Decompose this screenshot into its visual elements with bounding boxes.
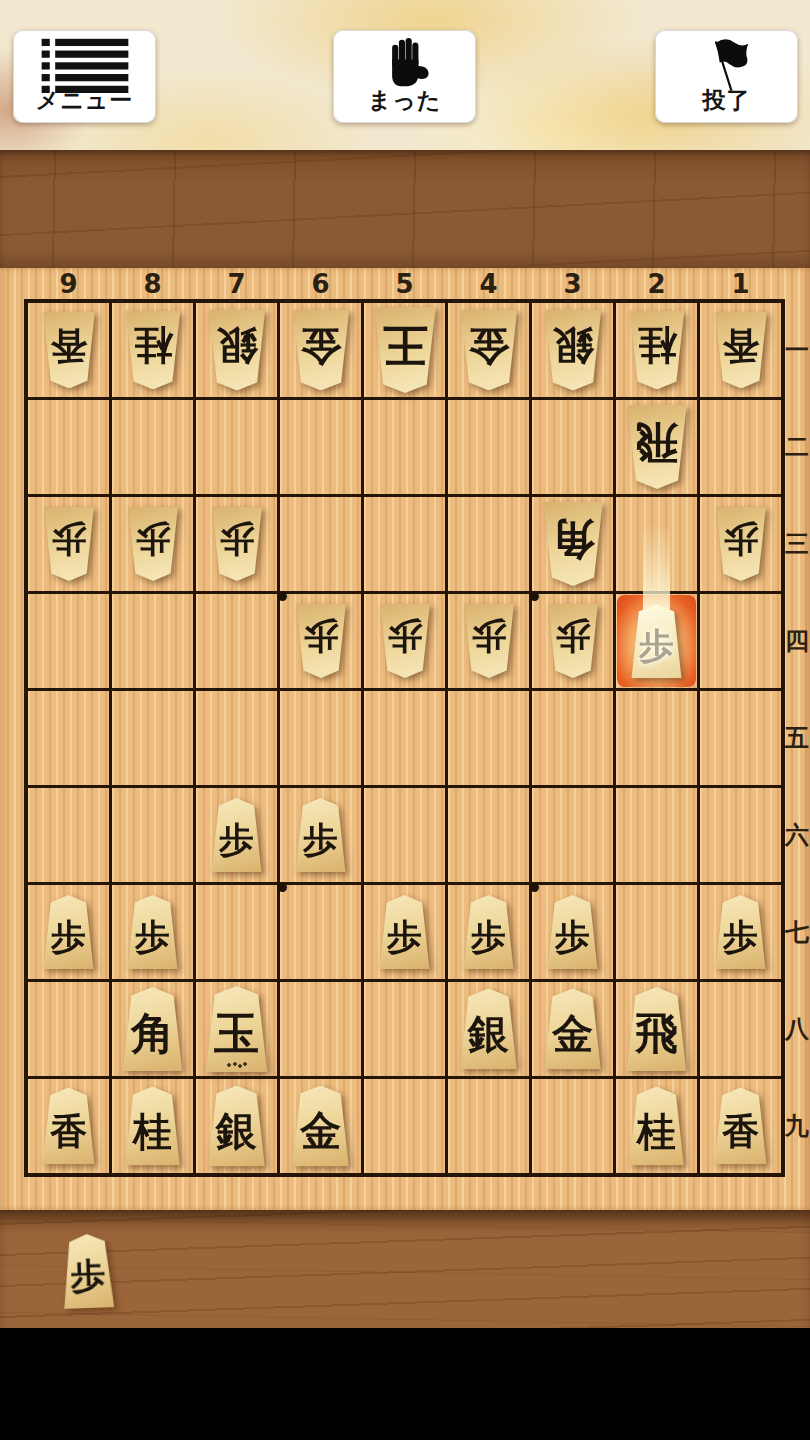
piece-kanji: 歩 bbox=[135, 522, 170, 566]
square-83[interactable]: 歩 bbox=[112, 497, 193, 591]
square-34[interactable]: 歩 bbox=[532, 594, 613, 688]
gote-rook-piece[interactable]: 飛 bbox=[626, 405, 688, 489]
sente-pawn-piece[interactable]: 歩 bbox=[211, 798, 263, 872]
board-grid: 香桂銀金王金銀桂香飛歩歩歩角歩歩歩歩歩歩歩歩歩歩歩歩歩歩角玉銀金飛香桂銀金桂香 bbox=[24, 299, 785, 1177]
square-72[interactable] bbox=[196, 400, 277, 494]
gote-pawn-piece[interactable]: 歩 bbox=[211, 507, 263, 581]
menu-button-label: メニュー bbox=[13, 85, 156, 116]
piece-kanji: 桂 bbox=[637, 1102, 676, 1150]
square-61[interactable]: 金 bbox=[280, 303, 361, 397]
piece-body: 玉 bbox=[205, 986, 269, 1072]
sente-captured-tray: 歩 bbox=[0, 1210, 810, 1328]
square-17[interactable]: 歩 bbox=[700, 885, 781, 979]
sente-pawn-piece[interactable]: 歩 bbox=[127, 895, 179, 969]
piece-kanji: 歩 bbox=[387, 910, 422, 954]
square-73[interactable]: 歩 bbox=[196, 497, 277, 591]
piece-kanji: 歩 bbox=[555, 910, 590, 954]
piece-body: 歩 bbox=[43, 507, 95, 581]
square-67[interactable] bbox=[280, 885, 361, 979]
file-label-6: 6 bbox=[279, 268, 363, 298]
hoshi-dot bbox=[530, 883, 539, 892]
square-18[interactable] bbox=[700, 982, 781, 1076]
square-21[interactable]: 桂 bbox=[616, 303, 697, 397]
sente-gold-piece[interactable]: 金 bbox=[291, 1086, 350, 1167]
sente-pawn-piece[interactable]: 歩 bbox=[463, 895, 515, 969]
piece-body: 歩 bbox=[379, 604, 431, 678]
piece-body: 歩 bbox=[379, 895, 431, 969]
piece-body: 歩 bbox=[715, 507, 767, 581]
piece-kanji: 銀 bbox=[216, 325, 257, 375]
piece-kanji: 歩 bbox=[219, 522, 254, 566]
gote-king-piece[interactable]: 王 bbox=[373, 307, 437, 393]
piece-kanji: 角 bbox=[131, 1003, 174, 1055]
piece-body: 桂 bbox=[628, 311, 685, 390]
square-91[interactable]: 香 bbox=[28, 303, 109, 397]
square-96[interactable] bbox=[28, 788, 109, 882]
square-47[interactable]: 歩 bbox=[448, 885, 529, 979]
square-14[interactable] bbox=[700, 594, 781, 688]
square-29[interactable]: 桂 bbox=[616, 1079, 697, 1173]
piece-body: 桂 bbox=[628, 1087, 685, 1166]
square-48[interactable]: 銀 bbox=[448, 982, 529, 1076]
piece-body: 歩 bbox=[295, 604, 347, 678]
square-64[interactable]: 歩 bbox=[280, 594, 361, 688]
piece-body: 歩 bbox=[463, 895, 515, 969]
gote-gold-piece[interactable]: 金 bbox=[459, 310, 518, 391]
square-51[interactable]: 王 bbox=[364, 303, 445, 397]
gote-pawn-piece[interactable]: 歩 bbox=[43, 507, 95, 581]
piece-body: 角 bbox=[122, 987, 184, 1071]
square-41[interactable]: 金 bbox=[448, 303, 529, 397]
rank-label-6: 六 bbox=[784, 822, 810, 848]
square-76[interactable]: 歩 bbox=[196, 788, 277, 882]
piece-body: 歩 bbox=[43, 895, 95, 969]
resign-button[interactable]: 投了 bbox=[655, 30, 798, 123]
piece-kanji: 歩 bbox=[70, 1248, 107, 1293]
rank-label-8: 八 bbox=[784, 1016, 810, 1042]
matta-button[interactable]: まった bbox=[333, 30, 476, 123]
square-45[interactable] bbox=[448, 691, 529, 785]
square-16[interactable] bbox=[700, 788, 781, 882]
piece-body: 歩 bbox=[631, 604, 683, 678]
piece-kanji: 金 bbox=[468, 325, 509, 375]
piece-kanji: 王 bbox=[382, 323, 427, 377]
square-85[interactable] bbox=[112, 691, 193, 785]
file-label-4: 4 bbox=[447, 268, 531, 298]
gote-pawn-piece[interactable]: 歩 bbox=[715, 507, 767, 581]
piece-kanji: 金 bbox=[300, 325, 341, 375]
sente-gold-piece[interactable]: 金 bbox=[543, 989, 602, 1070]
piece-kanji: 銀 bbox=[216, 1101, 257, 1151]
piece-kanji: 歩 bbox=[723, 910, 758, 954]
file-label-7: 7 bbox=[195, 268, 279, 298]
square-52[interactable] bbox=[364, 400, 445, 494]
toolbar: メニュー まった bbox=[0, 0, 810, 150]
file-label-3: 3 bbox=[531, 268, 615, 298]
piece-kanji: 歩 bbox=[51, 522, 86, 566]
sente-pawn-piece[interactable]: 歩 bbox=[43, 895, 95, 969]
piece-body: 歩 bbox=[211, 798, 263, 872]
square-78[interactable]: 玉 bbox=[196, 982, 277, 1076]
piece-kanji: 歩 bbox=[135, 910, 170, 954]
piece-kanji: 桂 bbox=[133, 326, 172, 374]
file-label-2: 2 bbox=[615, 268, 699, 298]
matta-button-label: まった bbox=[333, 85, 476, 116]
rank-label-9: 九 bbox=[784, 1113, 810, 1139]
piece-kanji: 飛 bbox=[635, 1003, 678, 1055]
piece-body: 銀 bbox=[207, 1086, 266, 1167]
sente-pawn-piece[interactable]: 歩 bbox=[61, 1233, 116, 1309]
piece-kanji: 歩 bbox=[303, 813, 338, 857]
shogi-app-screen: メニュー まった bbox=[0, 0, 810, 1440]
piece-body: 銀 bbox=[543, 310, 602, 391]
piece-body: 歩 bbox=[547, 604, 599, 678]
piece-body: 桂 bbox=[124, 311, 181, 390]
square-87[interactable]: 歩 bbox=[112, 885, 193, 979]
rank-label-3: 三 bbox=[784, 531, 810, 557]
piece-body: 歩 bbox=[127, 895, 179, 969]
sente-pawn-piece[interactable]: 歩 bbox=[715, 895, 767, 969]
piece-body: 歩 bbox=[715, 895, 767, 969]
last-move-light-beam bbox=[643, 522, 670, 612]
sente-pawn-piece[interactable]: 歩 bbox=[631, 604, 683, 678]
square-11[interactable]: 香 bbox=[700, 303, 781, 397]
gote-pawn-piece[interactable]: 歩 bbox=[547, 604, 599, 678]
piece-body: 香 bbox=[42, 312, 96, 389]
piece-body: 金 bbox=[291, 310, 350, 391]
square-82[interactable] bbox=[112, 400, 193, 494]
square-55[interactable] bbox=[364, 691, 445, 785]
piece-kanji: 金 bbox=[300, 1101, 341, 1151]
piece-body: 飛 bbox=[626, 405, 688, 489]
square-37[interactable]: 歩 bbox=[532, 885, 613, 979]
file-label-9: 9 bbox=[27, 268, 111, 298]
square-89[interactable]: 桂 bbox=[112, 1079, 193, 1173]
square-44[interactable]: 歩 bbox=[448, 594, 529, 688]
king-maker-signature bbox=[226, 1061, 248, 1069]
square-22[interactable]: 飛 bbox=[616, 400, 697, 494]
square-63[interactable] bbox=[280, 497, 361, 591]
menu-button[interactable]: メニュー bbox=[13, 30, 156, 123]
square-26[interactable] bbox=[616, 788, 697, 882]
piece-body: 銀 bbox=[459, 989, 518, 1070]
square-54[interactable]: 歩 bbox=[364, 594, 445, 688]
file-label-8: 8 bbox=[111, 268, 195, 298]
hoshi-dot bbox=[530, 592, 539, 601]
square-95[interactable] bbox=[28, 691, 109, 785]
piece-kanji: 歩 bbox=[303, 619, 338, 663]
hoshi-dot bbox=[278, 592, 287, 601]
piece-kanji: 歩 bbox=[471, 619, 506, 663]
square-13[interactable]: 歩 bbox=[700, 497, 781, 591]
sente-king-piece[interactable]: 玉 bbox=[205, 986, 269, 1072]
gote-silver-piece[interactable]: 銀 bbox=[543, 310, 602, 391]
sente-pawn-piece[interactable]: 歩 bbox=[295, 798, 347, 872]
square-36[interactable] bbox=[532, 788, 613, 882]
square-93[interactable]: 歩 bbox=[28, 497, 109, 591]
piece-body: 香 bbox=[42, 1088, 96, 1165]
square-46[interactable] bbox=[448, 788, 529, 882]
square-84[interactable] bbox=[112, 594, 193, 688]
square-33[interactable]: 角 bbox=[532, 497, 613, 591]
piece-kanji: 香 bbox=[722, 327, 759, 373]
piece-body: 金 bbox=[459, 310, 518, 391]
piece-body: 歩 bbox=[211, 507, 263, 581]
square-71[interactable]: 銀 bbox=[196, 303, 277, 397]
square-38[interactable]: 金 bbox=[532, 982, 613, 1076]
gote-pawn-piece[interactable]: 歩 bbox=[379, 604, 431, 678]
sente-silver-piece[interactable]: 銀 bbox=[207, 1086, 266, 1167]
piece-kanji: 香 bbox=[50, 1103, 87, 1149]
square-25[interactable] bbox=[616, 691, 697, 785]
piece-body: 角 bbox=[542, 502, 604, 586]
piece-body: 桂 bbox=[124, 1087, 181, 1166]
piece-body: 王 bbox=[373, 307, 437, 393]
square-32[interactable] bbox=[532, 400, 613, 494]
file-label-1: 1 bbox=[699, 268, 783, 298]
square-69[interactable]: 金 bbox=[280, 1079, 361, 1173]
upper-wood-plank bbox=[0, 150, 810, 268]
resign-button-label: 投了 bbox=[655, 85, 798, 116]
piece-body: 金 bbox=[543, 989, 602, 1070]
piece-kanji: 歩 bbox=[51, 910, 86, 954]
rank-label-2: 二 bbox=[784, 434, 810, 460]
square-12[interactable] bbox=[700, 400, 781, 494]
square-56[interactable] bbox=[364, 788, 445, 882]
shogi-board: 987654321 一二三四五六七八九 香桂銀金王金銀桂香飛歩歩歩角歩歩歩歩歩歩… bbox=[0, 268, 810, 1210]
square-35[interactable] bbox=[532, 691, 613, 785]
piece-kanji: 歩 bbox=[219, 813, 254, 857]
square-39[interactable] bbox=[532, 1079, 613, 1173]
square-97[interactable]: 歩 bbox=[28, 885, 109, 979]
square-43[interactable] bbox=[448, 497, 529, 591]
piece-kanji: 香 bbox=[722, 1103, 759, 1149]
gote-silver-piece[interactable]: 銀 bbox=[207, 310, 266, 391]
gote-lance-piece[interactable]: 香 bbox=[714, 312, 768, 389]
piece-kanji: 歩 bbox=[387, 619, 422, 663]
square-19[interactable]: 香 bbox=[700, 1079, 781, 1173]
gote-bishop-piece[interactable]: 角 bbox=[542, 502, 604, 586]
square-31[interactable]: 銀 bbox=[532, 303, 613, 397]
square-79[interactable]: 銀 bbox=[196, 1079, 277, 1173]
sente-bishop-piece[interactable]: 角 bbox=[122, 987, 184, 1071]
square-75[interactable] bbox=[196, 691, 277, 785]
square-74[interactable] bbox=[196, 594, 277, 688]
piece-kanji: 金 bbox=[552, 1004, 593, 1054]
sente-lance-piece[interactable]: 香 bbox=[42, 1088, 96, 1165]
sente-pawn-piece[interactable]: 歩 bbox=[547, 895, 599, 969]
sente-lance-piece[interactable]: 香 bbox=[714, 1088, 768, 1165]
square-68[interactable] bbox=[280, 982, 361, 1076]
square-62[interactable] bbox=[280, 400, 361, 494]
sente-silver-piece[interactable]: 銀 bbox=[459, 989, 518, 1070]
gote-lance-piece[interactable]: 香 bbox=[42, 312, 96, 389]
square-98[interactable] bbox=[28, 982, 109, 1076]
piece-kanji: 桂 bbox=[133, 1102, 172, 1150]
sente-pawn-piece[interactable]: 歩 bbox=[379, 895, 431, 969]
piece-body: 香 bbox=[714, 1088, 768, 1165]
piece-kanji: 香 bbox=[50, 327, 87, 373]
sente-knight-piece[interactable]: 桂 bbox=[628, 1087, 685, 1166]
gote-knight-piece[interactable]: 桂 bbox=[124, 311, 181, 390]
piece-body: 歩 bbox=[547, 895, 599, 969]
gote-pawn-piece[interactable]: 歩 bbox=[295, 604, 347, 678]
square-42[interactable] bbox=[448, 400, 529, 494]
piece-kanji: 歩 bbox=[723, 522, 758, 566]
piece-body: 歩 bbox=[463, 604, 515, 678]
square-88[interactable]: 角 bbox=[112, 982, 193, 1076]
piece-body: 歩 bbox=[295, 798, 347, 872]
rank-label-5: 五 bbox=[784, 725, 810, 751]
sente-knight-piece[interactable]: 桂 bbox=[124, 1087, 181, 1166]
piece-kanji: 飛 bbox=[635, 421, 678, 473]
piece-kanji: 銀 bbox=[468, 1004, 509, 1054]
gote-pawn-piece[interactable]: 歩 bbox=[463, 604, 515, 678]
square-66[interactable]: 歩 bbox=[280, 788, 361, 882]
square-58[interactable] bbox=[364, 982, 445, 1076]
piece-kanji: 歩 bbox=[639, 619, 674, 663]
square-53[interactable] bbox=[364, 497, 445, 591]
gote-knight-piece[interactable]: 桂 bbox=[628, 311, 685, 390]
square-59[interactable] bbox=[364, 1079, 445, 1173]
piece-body: 歩 bbox=[61, 1233, 116, 1309]
rank-label-4: 四 bbox=[784, 628, 810, 654]
rank-label-7: 七 bbox=[784, 919, 810, 945]
square-92[interactable] bbox=[28, 400, 109, 494]
file-label-5: 5 bbox=[363, 268, 447, 298]
piece-body: 歩 bbox=[127, 507, 179, 581]
piece-body: 銀 bbox=[207, 310, 266, 391]
piece-kanji: 歩 bbox=[471, 910, 506, 954]
rank-label-1: 一 bbox=[784, 337, 810, 363]
gote-pawn-piece[interactable]: 歩 bbox=[127, 507, 179, 581]
square-57[interactable]: 歩 bbox=[364, 885, 445, 979]
square-81[interactable]: 桂 bbox=[112, 303, 193, 397]
square-49[interactable] bbox=[448, 1079, 529, 1173]
square-24[interactable]: 歩 bbox=[616, 594, 697, 688]
piece-kanji: 歩 bbox=[555, 619, 590, 663]
square-77[interactable] bbox=[196, 885, 277, 979]
square-94[interactable] bbox=[28, 594, 109, 688]
gote-gold-piece[interactable]: 金 bbox=[291, 310, 350, 391]
square-65[interactable] bbox=[280, 691, 361, 785]
hoshi-dot bbox=[278, 883, 287, 892]
piece-body: 香 bbox=[714, 312, 768, 389]
square-86[interactable] bbox=[112, 788, 193, 882]
piece-kanji: 銀 bbox=[552, 325, 593, 375]
piece-body: 金 bbox=[291, 1086, 350, 1167]
piece-kanji: 桂 bbox=[637, 326, 676, 374]
square-28[interactable]: 飛 bbox=[616, 982, 697, 1076]
sente-rook-piece[interactable]: 飛 bbox=[626, 987, 688, 1071]
square-15[interactable] bbox=[700, 691, 781, 785]
sente-hand-pieces: 歩 bbox=[62, 1234, 114, 1308]
square-99[interactable]: 香 bbox=[28, 1079, 109, 1173]
piece-kanji: 角 bbox=[551, 518, 594, 570]
piece-body: 飛 bbox=[626, 987, 688, 1071]
piece-kanji: 玉 bbox=[214, 1002, 259, 1056]
square-27[interactable] bbox=[616, 885, 697, 979]
